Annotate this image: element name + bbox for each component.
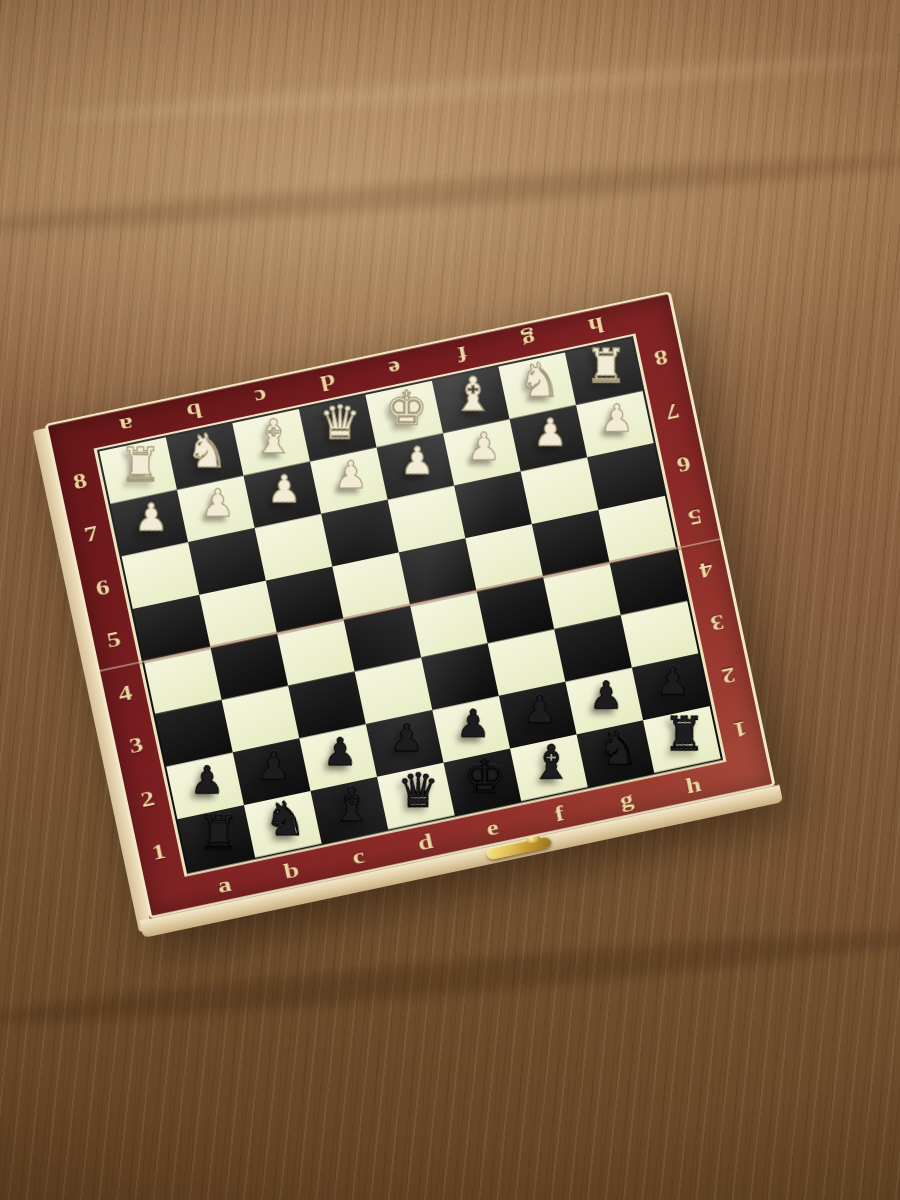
chess-board-box: abcdefgh abcdefgh 87654321 87654321 ♜♞♝♛… (44, 291, 775, 919)
piece-white-pawn[interactable]: ♟ (600, 400, 634, 438)
piece-black-bishop[interactable]: ♝ (331, 780, 373, 827)
piece-black-pawn[interactable]: ♟ (589, 676, 623, 714)
piece-black-knight[interactable]: ♞ (264, 795, 306, 842)
piece-white-pawn[interactable]: ♟ (467, 428, 501, 466)
piece-white-bishop[interactable]: ♝ (452, 370, 494, 417)
piece-black-pawn[interactable]: ♟ (190, 761, 224, 799)
piece-white-pawn[interactable]: ♟ (334, 456, 368, 494)
piece-white-pawn[interactable]: ♟ (267, 470, 301, 508)
piece-black-pawn[interactable]: ♟ (656, 662, 690, 700)
piece-black-pawn[interactable]: ♟ (523, 691, 557, 729)
piece-black-bishop[interactable]: ♝ (530, 738, 572, 785)
squares-grid: ♜♞♝♛♚♝♞♜♟♟♟♟♟♟♟♟♟♟♟♟♟♟♟♟♜♞♝♛♚♝♞♜ (97, 336, 723, 873)
scene: { "game": "chess", "scene_kind": "foldin… (0, 0, 900, 1200)
piece-black-knight[interactable]: ♞ (597, 724, 639, 771)
piece-black-pawn[interactable]: ♟ (456, 705, 490, 743)
piece-white-rook[interactable]: ♜ (119, 441, 161, 488)
piece-white-pawn[interactable]: ♟ (134, 499, 168, 537)
piece-black-queen[interactable]: ♛ (397, 766, 439, 813)
piece-black-king[interactable]: ♚ (464, 752, 506, 799)
wood-grain-highlight (40, 50, 899, 128)
wood-grain-streak (0, 146, 900, 240)
piece-white-pawn[interactable]: ♟ (533, 414, 567, 452)
piece-white-knight[interactable]: ♞ (518, 356, 560, 403)
piece-black-pawn[interactable]: ♟ (256, 747, 290, 785)
piece-white-bishop[interactable]: ♝ (252, 413, 294, 460)
piece-white-king[interactable]: ♚ (385, 384, 427, 431)
playing-field: ♜♞♝♛♚♝♞♜♟♟♟♟♟♟♟♟♟♟♟♟♟♟♟♟♜♞♝♛♚♝♞♜ (94, 333, 727, 876)
piece-white-knight[interactable]: ♞ (186, 427, 228, 474)
wood-grain-streak (0, 918, 900, 1036)
piece-white-pawn[interactable]: ♟ (400, 442, 434, 480)
piece-black-pawn[interactable]: ♟ (389, 719, 423, 757)
piece-black-pawn[interactable]: ♟ (323, 733, 357, 771)
piece-black-rook[interactable]: ♜ (198, 809, 240, 856)
piece-white-pawn[interactable]: ♟ (201, 484, 235, 522)
piece-black-rook[interactable]: ♜ (663, 710, 705, 757)
piece-white-rook[interactable]: ♜ (585, 342, 627, 389)
piece-white-queen[interactable]: ♛ (319, 398, 361, 445)
